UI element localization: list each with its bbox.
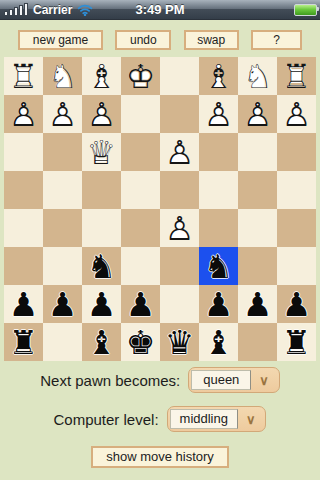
square-g8[interactable]: [43, 323, 82, 361]
square-a3[interactable]: [277, 133, 316, 171]
status-bar: Carrier 3:49 PM: [0, 0, 320, 20]
square-a2[interactable]: ♟♙: [277, 95, 316, 133]
square-b3[interactable]: [238, 133, 277, 171]
square-f8[interactable]: ♝: [82, 323, 121, 361]
square-f5[interactable]: [82, 209, 121, 247]
black-bishop: ♝: [199, 323, 238, 361]
square-f7[interactable]: ♟: [82, 285, 121, 323]
square-b5[interactable]: [238, 209, 277, 247]
black-pawn: ♟: [82, 285, 121, 323]
black-knight: ♞: [82, 247, 121, 285]
square-h8[interactable]: ♜: [4, 323, 43, 361]
square-a6[interactable]: [277, 247, 316, 285]
white-pawn: ♟♙: [4, 95, 43, 133]
square-b8[interactable]: [238, 323, 277, 361]
square-c4[interactable]: [199, 171, 238, 209]
square-d1[interactable]: [160, 57, 199, 95]
square-e8[interactable]: ♚: [121, 323, 160, 361]
square-g6[interactable]: [43, 247, 82, 285]
white-king: ♚♔: [121, 57, 160, 95]
black-pawn: ♟: [43, 285, 82, 323]
square-h6[interactable]: [4, 247, 43, 285]
promotion-value: queen: [191, 370, 251, 390]
promotion-label: Next pawn becomes:: [40, 372, 180, 389]
square-f6[interactable]: ♞: [82, 247, 121, 285]
square-g2[interactable]: ♟♙: [43, 95, 82, 133]
square-a4[interactable]: [277, 171, 316, 209]
white-pawn: ♟♙: [82, 95, 121, 133]
square-g5[interactable]: [43, 209, 82, 247]
black-bishop: ♝: [82, 323, 121, 361]
clock: 3:49 PM: [0, 2, 320, 17]
square-c1[interactable]: ♝♗: [199, 57, 238, 95]
white-pawn: ♟♙: [277, 95, 316, 133]
black-rook: ♜: [277, 323, 316, 361]
white-bishop: ♝♗: [199, 57, 238, 95]
square-a7[interactable]: ♟: [277, 285, 316, 323]
chevron-down-icon: ∨: [251, 373, 277, 388]
square-e1[interactable]: ♚♔: [121, 57, 160, 95]
square-d7[interactable]: [160, 285, 199, 323]
square-a5[interactable]: [277, 209, 316, 247]
square-h4[interactable]: [4, 171, 43, 209]
square-e6[interactable]: [121, 247, 160, 285]
battery-icon: [294, 4, 317, 16]
square-d3[interactable]: ♟♙: [160, 133, 199, 171]
new-game-button[interactable]: new game: [18, 30, 103, 50]
white-knight: ♞♘: [43, 57, 82, 95]
square-a8[interactable]: ♜: [277, 323, 316, 361]
square-g4[interactable]: [43, 171, 82, 209]
square-f4[interactable]: [82, 171, 121, 209]
square-f3[interactable]: ♛♕: [82, 133, 121, 171]
square-f2[interactable]: ♟♙: [82, 95, 121, 133]
square-e7[interactable]: ♟: [121, 285, 160, 323]
square-c6[interactable]: ♞: [199, 247, 238, 285]
white-bishop: ♝♗: [82, 57, 121, 95]
history-row: show move history: [0, 446, 320, 468]
square-c8[interactable]: ♝: [199, 323, 238, 361]
black-king: ♚: [121, 323, 160, 361]
square-b2[interactable]: ♟♙: [238, 95, 277, 133]
square-b7[interactable]: ♟: [238, 285, 277, 323]
white-pawn: ♟♙: [160, 133, 199, 171]
black-pawn: ♟: [277, 285, 316, 323]
square-c3[interactable]: [199, 133, 238, 171]
black-pawn: ♟: [199, 285, 238, 323]
square-b1[interactable]: ♞♘: [238, 57, 277, 95]
square-b6[interactable]: [238, 247, 277, 285]
white-pawn: ♟♙: [43, 95, 82, 133]
square-h1[interactable]: ♜♖: [4, 57, 43, 95]
square-c7[interactable]: ♟: [199, 285, 238, 323]
promotion-setting-row: Next pawn becomes: queen ∨: [0, 367, 320, 393]
square-e4[interactable]: [121, 171, 160, 209]
level-select[interactable]: middling ∨: [167, 406, 267, 432]
square-a1[interactable]: ♜♖: [277, 57, 316, 95]
square-g7[interactable]: ♟: [43, 285, 82, 323]
square-c5[interactable]: [199, 209, 238, 247]
chevron-down-icon: ∨: [238, 412, 264, 427]
level-value: middling: [170, 409, 238, 429]
square-e5[interactable]: [121, 209, 160, 247]
white-rook: ♜♖: [4, 57, 43, 95]
white-pawn: ♟♙: [238, 95, 277, 133]
black-pawn: ♟: [121, 285, 160, 323]
black-queen: ♛: [160, 323, 199, 361]
square-h3[interactable]: [4, 133, 43, 171]
swap-button[interactable]: swap: [184, 30, 239, 50]
square-h5[interactable]: [4, 209, 43, 247]
white-pawn: ♟♙: [160, 209, 199, 247]
show-move-history-button[interactable]: show move history: [91, 446, 229, 468]
square-e3[interactable]: [121, 133, 160, 171]
square-f1[interactable]: ♝♗: [82, 57, 121, 95]
square-g3[interactable]: [43, 133, 82, 171]
help-button[interactable]: ?: [251, 30, 302, 50]
white-knight: ♞♘: [238, 57, 277, 95]
toolbar: new game undo swap ?: [0, 20, 320, 50]
square-g1[interactable]: ♞♘: [43, 57, 82, 95]
black-pawn: ♟: [238, 285, 277, 323]
white-pawn: ♟♙: [199, 95, 238, 133]
square-d6[interactable]: [160, 247, 199, 285]
square-b4[interactable]: [238, 171, 277, 209]
black-knight: ♞: [199, 247, 238, 285]
square-c2[interactable]: ♟♙: [199, 95, 238, 133]
white-rook: ♜♖: [277, 57, 316, 95]
square-h7[interactable]: ♟: [4, 285, 43, 323]
square-d5[interactable]: ♟♙: [160, 209, 199, 247]
black-pawn: ♟: [4, 285, 43, 323]
square-d8[interactable]: ♛: [160, 323, 199, 361]
square-d4[interactable]: [160, 171, 199, 209]
chess-board: ♜♖♞♘♝♗♚♔♝♗♞♘♜♖♟♙♟♙♟♙♟♙♟♙♟♙♛♕♟♙♟♙♞♞♟♟♟♟♟♟…: [4, 57, 316, 361]
undo-button[interactable]: undo: [115, 30, 171, 50]
square-e2[interactable]: [121, 95, 160, 133]
square-h2[interactable]: ♟♙: [4, 95, 43, 133]
black-rook: ♜: [4, 323, 43, 361]
level-label: Computer level:: [54, 411, 159, 428]
promotion-select[interactable]: queen ∨: [188, 367, 280, 393]
white-queen: ♛♕: [82, 133, 121, 171]
level-setting-row: Computer level: middling ∨: [0, 406, 320, 432]
square-d2[interactable]: [160, 95, 199, 133]
